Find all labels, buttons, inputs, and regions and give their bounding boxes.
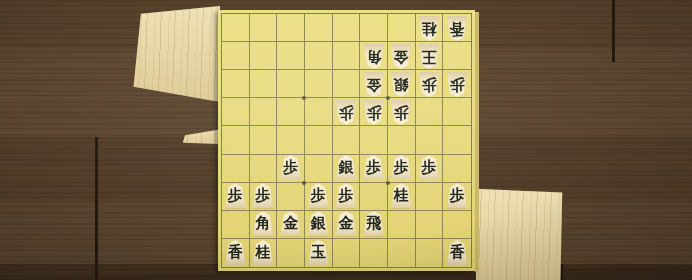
board-square-87[interactable]: 歩 [250,183,278,211]
board-square-18[interactable] [443,211,471,239]
board-square-88[interactable]: 角 [250,211,278,239]
board-square-12[interactable] [443,42,471,70]
board-square-41[interactable] [360,14,388,42]
board-square-11[interactable]: 香 [443,14,471,42]
board-square-55[interactable] [333,126,361,154]
board-square-91[interactable] [222,14,250,42]
piece-gold-gote[interactable]: 金 [363,72,385,97]
board-square-16[interactable] [443,155,471,183]
board-square-17[interactable]: 歩 [443,183,471,211]
board-square-68[interactable]: 銀 [305,211,333,239]
board-square-94[interactable] [222,98,250,126]
table-board-left [128,6,220,102]
board-square-96[interactable] [222,155,250,183]
board-square-69[interactable]: 玉 [305,239,333,267]
piece-pawn-sente[interactable]: 歩 [252,183,274,208]
board-square-44[interactable]: 歩 [360,98,388,126]
piece-knight-sente[interactable]: 桂 [252,240,274,265]
board-square-27[interactable] [416,183,444,211]
board-square-35[interactable] [388,126,416,154]
board-square-81[interactable] [250,14,278,42]
board-square-31[interactable] [388,14,416,42]
star-point [386,96,390,100]
board-square-93[interactable] [222,70,250,98]
board-square-97[interactable]: 歩 [222,183,250,211]
board-square-99[interactable]: 香 [222,239,250,267]
board-grid: 桂香角金王金銀歩歩歩歩歩歩銀歩歩歩歩歩歩歩桂歩角金銀金飛香桂玉香 [221,13,472,268]
piece-pawn-gote[interactable]: 歩 [335,100,357,125]
board-square-47[interactable] [360,183,388,211]
piece-pawn-sente[interactable]: 歩 [307,183,329,208]
board-square-75[interactable] [277,126,305,154]
board-square-48[interactable]: 飛 [360,211,388,239]
board-square-62[interactable] [305,42,333,70]
photo-scene: 桂香角金王金銀歩歩歩歩歩歩銀歩歩歩歩歩歩歩桂歩角金銀金飛香桂玉香 [0,0,692,280]
table-board-right [476,186,564,280]
star-point [302,96,306,100]
board-square-21[interactable]: 桂 [416,14,444,42]
board-square-46[interactable]: 歩 [360,155,388,183]
piece-lance-sente[interactable]: 香 [224,240,246,265]
board-square-51[interactable] [333,14,361,42]
piece-bishop-sente[interactable]: 角 [252,211,274,236]
piece-gold-sente[interactable]: 金 [335,211,357,236]
piece-bishop-gote[interactable]: 角 [363,44,385,69]
piece-gold-sente[interactable]: 金 [280,211,302,236]
board-square-54[interactable]: 歩 [333,98,361,126]
board-square-66[interactable] [305,155,333,183]
piece-silver-sente[interactable]: 銀 [307,211,329,236]
board-square-36[interactable]: 歩 [388,155,416,183]
piece-pawn-gote[interactable]: 歩 [446,72,468,97]
piece-pawn-gote[interactable]: 歩 [390,100,412,125]
board-square-85[interactable] [250,126,278,154]
piece-pawn-sente[interactable]: 歩 [418,155,440,180]
board-square-78[interactable]: 金 [277,211,305,239]
board-edge [475,12,479,272]
board-square-57[interactable]: 歩 [333,183,361,211]
board-square-28[interactable] [416,211,444,239]
board-square-65[interactable] [305,126,333,154]
board-square-29[interactable] [416,239,444,267]
board-square-38[interactable] [388,211,416,239]
piece-pawn-gote[interactable]: 歩 [418,72,440,97]
board-square-86[interactable] [250,155,278,183]
piece-lance-gote[interactable]: 香 [446,16,468,41]
piece-pawn-gote[interactable]: 歩 [363,100,385,125]
board-square-73[interactable] [277,70,305,98]
piece-pawn-sente[interactable]: 歩 [280,155,302,180]
star-point [386,181,390,185]
board-square-67[interactable]: 歩 [305,183,333,211]
board-square-37[interactable]: 桂 [388,183,416,211]
board-square-34[interactable]: 歩 [388,98,416,126]
board-square-23[interactable]: 歩 [416,70,444,98]
board-square-15[interactable] [443,126,471,154]
piece-king-gote[interactable]: 王 [418,44,440,69]
piece-pawn-sente[interactable]: 歩 [335,183,357,208]
board-square-58[interactable]: 金 [333,211,361,239]
board-square-59[interactable] [333,239,361,267]
board-square-13[interactable]: 歩 [443,70,471,98]
board-square-92[interactable] [222,42,250,70]
wood-plank-seam [612,0,615,62]
piece-silver-gote[interactable]: 銀 [390,72,412,97]
board-square-71[interactable] [277,14,305,42]
piece-lance-sente[interactable]: 香 [446,240,468,265]
board-square-77[interactable] [277,183,305,211]
board-square-25[interactable] [416,126,444,154]
piece-gold-gote[interactable]: 金 [390,44,412,69]
piece-pawn-sente[interactable]: 歩 [446,183,468,208]
board-square-33[interactable]: 銀 [388,70,416,98]
piece-pawn-sente[interactable]: 歩 [363,155,385,180]
board-square-56[interactable]: 銀 [333,155,361,183]
piece-pawn-sente[interactable]: 歩 [224,183,246,208]
board-square-19[interactable]: 香 [443,239,471,267]
wood-plank-seam [95,137,98,280]
board-square-14[interactable] [443,98,471,126]
board-square-89[interactable]: 桂 [250,239,278,267]
piece-rook-sente[interactable]: 飛 [363,211,385,236]
board-square-98[interactable] [222,211,250,239]
board-square-26[interactable]: 歩 [416,155,444,183]
board-square-79[interactable] [277,239,305,267]
board-square-53[interactable] [333,70,361,98]
star-point [302,181,306,185]
board-square-72[interactable] [277,42,305,70]
shogi-board[interactable]: 桂香角金王金銀歩歩歩歩歩歩銀歩歩歩歩歩歩歩桂歩角金銀金飛香桂玉香 [218,10,475,271]
board-square-74[interactable] [277,98,305,126]
board-square-63[interactable] [305,70,333,98]
board-square-39[interactable] [388,239,416,267]
board-square-24[interactable] [416,98,444,126]
piece-knight-gote[interactable]: 桂 [418,16,440,41]
piece-silver-sente[interactable]: 銀 [335,155,357,180]
board-square-45[interactable] [360,126,388,154]
board-square-95[interactable] [222,126,250,154]
board-square-52[interactable] [333,42,361,70]
board-square-84[interactable] [250,98,278,126]
board-square-64[interactable] [305,98,333,126]
board-square-42[interactable]: 角 [360,42,388,70]
piece-pawn-sente[interactable]: 歩 [390,155,412,180]
board-square-76[interactable]: 歩 [277,155,305,183]
board-square-82[interactable] [250,42,278,70]
board-square-61[interactable] [305,14,333,42]
board-square-49[interactable] [360,239,388,267]
piece-king-sente[interactable]: 玉 [307,240,329,265]
board-square-32[interactable]: 金 [388,42,416,70]
piece-knight-sente[interactable]: 桂 [390,183,412,208]
board-square-22[interactable]: 王 [416,42,444,70]
board-square-83[interactable] [250,70,278,98]
board-square-43[interactable]: 金 [360,70,388,98]
